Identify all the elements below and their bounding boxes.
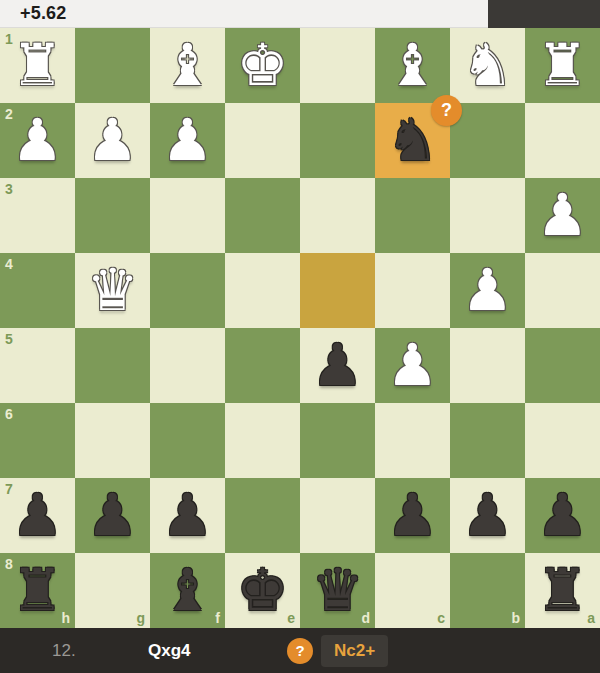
- square-b5[interactable]: [450, 328, 525, 403]
- black-bishop-f8: ♝: [150, 553, 225, 628]
- square-a2[interactable]: [525, 103, 600, 178]
- white-knight-b1: ♞: [450, 28, 525, 103]
- rank-label-5: 5: [5, 331, 13, 347]
- square-b7[interactable]: ♟: [450, 478, 525, 553]
- square-a3[interactable]: ♟: [525, 178, 600, 253]
- square-a5[interactable]: [525, 328, 600, 403]
- square-g1[interactable]: [75, 28, 150, 103]
- square-c3[interactable]: [375, 178, 450, 253]
- evaluation-score: +5.62: [0, 3, 67, 24]
- black-pawn-c7: ♟: [375, 478, 450, 553]
- square-h2[interactable]: ♟2: [0, 103, 75, 178]
- square-h8[interactable]: ♜8h: [0, 553, 75, 628]
- white-queen-g4: ♛: [75, 253, 150, 328]
- square-f8[interactable]: ♝f: [150, 553, 225, 628]
- square-h1[interactable]: ♜1: [0, 28, 75, 103]
- black-pawn-a7: ♟: [525, 478, 600, 553]
- square-f2[interactable]: ♟: [150, 103, 225, 178]
- square-e2[interactable]: [225, 103, 300, 178]
- square-e1[interactable]: ♚: [225, 28, 300, 103]
- evaluation-bar: +5.62: [0, 0, 600, 28]
- file-label-b: b: [511, 610, 520, 626]
- file-label-h: h: [61, 610, 70, 626]
- square-f1[interactable]: ♝: [150, 28, 225, 103]
- app-screen: +5.62 ♜1♝♚♝♞♜♟2♟♟♞3♟4♛♟5♟♟6♟7♟♟♟♟♟♜8hg♝f…: [0, 0, 600, 673]
- rank-label-1: 1: [5, 31, 13, 47]
- square-c5[interactable]: ♟: [375, 328, 450, 403]
- square-h7[interactable]: ♟7: [0, 478, 75, 553]
- square-h3[interactable]: 3: [0, 178, 75, 253]
- white-king-e1: ♚: [225, 28, 300, 103]
- white-pawn-a3: ♟: [525, 178, 600, 253]
- square-b3[interactable]: [450, 178, 525, 253]
- square-d1[interactable]: [300, 28, 375, 103]
- square-f7[interactable]: ♟: [150, 478, 225, 553]
- square-e8[interactable]: ♚e: [225, 553, 300, 628]
- square-d8[interactable]: ♛d: [300, 553, 375, 628]
- white-rook-a1: ♜: [525, 28, 600, 103]
- file-label-c: c: [437, 610, 445, 626]
- rank-label-8: 8: [5, 556, 13, 572]
- square-g2[interactable]: ♟: [75, 103, 150, 178]
- square-g3[interactable]: [75, 178, 150, 253]
- black-move-selected[interactable]: Nc2+: [321, 635, 388, 667]
- square-g4[interactable]: ♛: [75, 253, 150, 328]
- evaluation-bar-black-section: [488, 0, 600, 28]
- white-pawn-c5: ♟: [375, 328, 450, 403]
- rank-label-6: 6: [5, 406, 13, 422]
- white-move[interactable]: Qxg4: [148, 641, 191, 661]
- square-d3[interactable]: [300, 178, 375, 253]
- square-b6[interactable]: [450, 403, 525, 478]
- rank-label-4: 4: [5, 256, 13, 272]
- square-g7[interactable]: ♟: [75, 478, 150, 553]
- square-a6[interactable]: [525, 403, 600, 478]
- square-e3[interactable]: [225, 178, 300, 253]
- square-d4[interactable]: [300, 253, 375, 328]
- square-f5[interactable]: [150, 328, 225, 403]
- square-h6[interactable]: 6: [0, 403, 75, 478]
- square-h5[interactable]: 5: [0, 328, 75, 403]
- square-a4[interactable]: [525, 253, 600, 328]
- file-label-g: g: [136, 610, 145, 626]
- file-label-a: a: [587, 610, 595, 626]
- square-e6[interactable]: [225, 403, 300, 478]
- mistake-icon: ?: [287, 638, 313, 664]
- rank-label-7: 7: [5, 481, 13, 497]
- file-label-f: f: [215, 610, 220, 626]
- square-d5[interactable]: ♟: [300, 328, 375, 403]
- white-pawn-b4: ♟: [450, 253, 525, 328]
- square-h4[interactable]: 4: [0, 253, 75, 328]
- white-bishop-c1: ♝: [375, 28, 450, 103]
- move-bar: 12. Qxg4 ? Nc2+: [0, 628, 600, 673]
- rank-label-3: 3: [5, 181, 13, 197]
- move-number: 12.: [52, 641, 76, 661]
- square-e5[interactable]: [225, 328, 300, 403]
- square-f3[interactable]: [150, 178, 225, 253]
- square-e4[interactable]: [225, 253, 300, 328]
- white-rook-h1: ♜: [0, 28, 75, 103]
- square-f6[interactable]: [150, 403, 225, 478]
- black-pawn-h7: ♟: [0, 478, 75, 553]
- white-pawn-f2: ♟: [150, 103, 225, 178]
- square-b4[interactable]: ♟: [450, 253, 525, 328]
- evaluation-bar-white-section: +5.62: [0, 0, 488, 28]
- square-b8[interactable]: b: [450, 553, 525, 628]
- square-g5[interactable]: [75, 328, 150, 403]
- rank-label-2: 2: [5, 106, 13, 122]
- black-pawn-d5: ♟: [300, 328, 375, 403]
- black-pawn-f7: ♟: [150, 478, 225, 553]
- white-bishop-f1: ♝: [150, 28, 225, 103]
- square-a8[interactable]: ♜a: [525, 553, 600, 628]
- black-king-e8: ♚: [225, 553, 300, 628]
- black-rook-h8: ♜: [0, 553, 75, 628]
- black-rook-a8: ♜: [525, 553, 600, 628]
- black-pawn-g7: ♟: [75, 478, 150, 553]
- square-g6[interactable]: [75, 403, 150, 478]
- square-c4[interactable]: [375, 253, 450, 328]
- file-label-e: e: [287, 610, 295, 626]
- white-pawn-h2: ♟: [0, 103, 75, 178]
- white-pawn-g2: ♟: [75, 103, 150, 178]
- black-queen-d8: ♛: [300, 553, 375, 628]
- square-a1[interactable]: ♜: [525, 28, 600, 103]
- chess-board[interactable]: ♜1♝♚♝♞♜♟2♟♟♞3♟4♛♟5♟♟6♟7♟♟♟♟♟♜8hg♝f♚e♛dcb…: [0, 28, 600, 628]
- square-e7[interactable]: [225, 478, 300, 553]
- mistake-badge-c2: ?: [431, 95, 462, 126]
- square-c6[interactable]: [375, 403, 450, 478]
- square-c1[interactable]: ♝: [375, 28, 450, 103]
- square-d7[interactable]: [300, 478, 375, 553]
- square-c8[interactable]: c: [375, 553, 450, 628]
- square-b1[interactable]: ♞: [450, 28, 525, 103]
- square-d6[interactable]: [300, 403, 375, 478]
- file-label-d: d: [361, 610, 370, 626]
- square-g8[interactable]: g: [75, 553, 150, 628]
- black-pawn-b7: ♟: [450, 478, 525, 553]
- square-c7[interactable]: ♟: [375, 478, 450, 553]
- square-a7[interactable]: ♟: [525, 478, 600, 553]
- square-f4[interactable]: [150, 253, 225, 328]
- square-d2[interactable]: [300, 103, 375, 178]
